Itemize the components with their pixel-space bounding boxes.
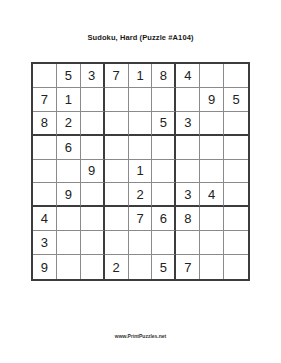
cell-r6c4[interactable] xyxy=(105,183,129,207)
cell-r7c3[interactable] xyxy=(81,207,105,231)
cell-r8c7[interactable] xyxy=(176,231,200,255)
cell-r3c5[interactable] xyxy=(129,112,153,136)
cell-r3c1[interactable]: 8 xyxy=(33,112,57,136)
cell-r8c6[interactable] xyxy=(152,231,176,255)
cell-r4c8[interactable] xyxy=(200,136,224,160)
cell-r5c8[interactable] xyxy=(200,160,224,184)
cell-r4c6[interactable] xyxy=(152,136,176,160)
cell-r2c5[interactable] xyxy=(129,88,153,112)
cell-r6c7[interactable]: 3 xyxy=(176,183,200,207)
cell-r9c4[interactable]: 2 xyxy=(105,255,129,279)
cell-r6c8[interactable]: 4 xyxy=(200,183,224,207)
cell-r6c5[interactable]: 2 xyxy=(129,183,153,207)
cell-r2c8[interactable]: 9 xyxy=(200,88,224,112)
cell-r2c6[interactable] xyxy=(152,88,176,112)
cell-r4c4[interactable] xyxy=(105,136,129,160)
cell-r1c7[interactable]: 4 xyxy=(176,64,200,88)
cell-r2c2[interactable]: 1 xyxy=(57,88,81,112)
cell-r7c5[interactable]: 7 xyxy=(129,207,153,231)
cell-r4c1[interactable] xyxy=(33,136,57,160)
cell-r3c9[interactable] xyxy=(224,112,248,136)
cell-r5c4[interactable] xyxy=(105,160,129,184)
cell-r1c1[interactable] xyxy=(33,64,57,88)
cell-r3c4[interactable] xyxy=(105,112,129,136)
cell-r2c9[interactable]: 5 xyxy=(224,88,248,112)
cell-r4c7[interactable] xyxy=(176,136,200,160)
cell-r5c2[interactable] xyxy=(57,160,81,184)
cell-r3c2[interactable]: 2 xyxy=(57,112,81,136)
cell-r2c3[interactable] xyxy=(81,88,105,112)
cell-r5c9[interactable] xyxy=(224,160,248,184)
cell-r9c3[interactable] xyxy=(81,255,105,279)
cell-r3c3[interactable] xyxy=(81,112,105,136)
cell-r8c8[interactable] xyxy=(200,231,224,255)
cell-r9c9[interactable] xyxy=(224,255,248,279)
cell-r8c4[interactable] xyxy=(105,231,129,255)
cell-r1c2[interactable]: 5 xyxy=(57,64,81,88)
cell-r9c5[interactable] xyxy=(129,255,153,279)
cell-r7c9[interactable] xyxy=(224,207,248,231)
cell-r6c9[interactable] xyxy=(224,183,248,207)
cell-r6c1[interactable] xyxy=(33,183,57,207)
cell-r5c7[interactable] xyxy=(176,160,200,184)
cell-r3c7[interactable]: 3 xyxy=(176,112,200,136)
cell-r1c6[interactable]: 8 xyxy=(152,64,176,88)
page-title: Sudoku, Hard (Puzzle #A104) xyxy=(0,33,281,42)
cell-r7c4[interactable] xyxy=(105,207,129,231)
cell-r4c2[interactable]: 6 xyxy=(57,136,81,160)
cell-r6c3[interactable] xyxy=(81,183,105,207)
cell-r8c1[interactable]: 3 xyxy=(33,231,57,255)
cell-r8c3[interactable] xyxy=(81,231,105,255)
cell-r8c5[interactable] xyxy=(129,231,153,255)
cell-r2c1[interactable]: 7 xyxy=(33,88,57,112)
cell-r5c1[interactable] xyxy=(33,160,57,184)
cell-r9c1[interactable]: 9 xyxy=(33,255,57,279)
cell-r5c5[interactable]: 1 xyxy=(129,160,153,184)
cell-r4c5[interactable] xyxy=(129,136,153,160)
cell-r2c4[interactable] xyxy=(105,88,129,112)
cell-r9c8[interactable] xyxy=(200,255,224,279)
cell-r4c3[interactable] xyxy=(81,136,105,160)
cell-r6c2[interactable]: 9 xyxy=(57,183,81,207)
cell-r9c2[interactable] xyxy=(57,255,81,279)
sudoku-grid: 537184719582536919234476839257 xyxy=(31,62,250,281)
cell-r7c7[interactable]: 8 xyxy=(176,207,200,231)
cell-r2c7[interactable] xyxy=(176,88,200,112)
cell-r8c2[interactable] xyxy=(57,231,81,255)
cell-r9c6[interactable]: 5 xyxy=(152,255,176,279)
cell-r9c7[interactable]: 7 xyxy=(176,255,200,279)
cell-r1c9[interactable] xyxy=(224,64,248,88)
cell-r1c8[interactable] xyxy=(200,64,224,88)
cell-r5c6[interactable] xyxy=(152,160,176,184)
cell-r7c6[interactable]: 6 xyxy=(152,207,176,231)
cell-r3c6[interactable]: 5 xyxy=(152,112,176,136)
cell-r1c4[interactable]: 7 xyxy=(105,64,129,88)
cell-r5c3[interactable]: 9 xyxy=(81,160,105,184)
cell-r8c9[interactable] xyxy=(224,231,248,255)
cell-r1c5[interactable]: 1 xyxy=(129,64,153,88)
cell-r7c8[interactable] xyxy=(200,207,224,231)
cell-r4c9[interactable] xyxy=(224,136,248,160)
cell-r3c8[interactable] xyxy=(200,112,224,136)
cell-r7c1[interactable]: 4 xyxy=(33,207,57,231)
footer-url: www.PrintPuzzles.net xyxy=(0,333,281,339)
cell-r6c6[interactable] xyxy=(152,183,176,207)
cell-r7c2[interactable] xyxy=(57,207,81,231)
cell-r1c3[interactable]: 3 xyxy=(81,64,105,88)
